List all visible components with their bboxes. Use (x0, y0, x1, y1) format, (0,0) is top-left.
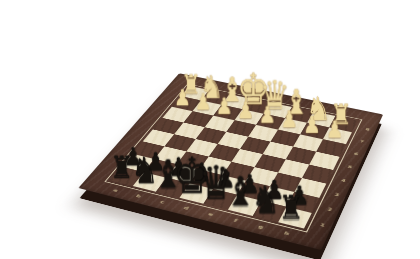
file-label: f (222, 215, 250, 226)
rank-label: 6 (351, 147, 361, 161)
black-rook[interactable]: ♜ (279, 192, 304, 225)
white-pawn[interactable]: ♟ (195, 90, 212, 113)
black-knight[interactable]: ♞ (251, 180, 280, 218)
file-label: g (247, 221, 275, 232)
chessboard-photo: ♜♞♝♚♛♝♞♜♟♟♟♟♟♟♟♟♟♟♟♟♟♟♟♟♜♞♝♚♛♝♞♜ abcdefg… (0, 0, 420, 259)
rank-label: 3 (332, 186, 343, 201)
file-label: d (173, 203, 200, 213)
rank-label: 4 (338, 173, 349, 188)
file-label: h (273, 227, 302, 238)
square-a2[interactable]: ♟ (323, 127, 352, 144)
board-3d-wrapper: ♜♞♝♚♛♝♞♜♟♟♟♟♟♟♟♟♟♟♟♟♟♟♟♟♜♞♝♚♛♝♞♜ abcdefg… (78, 73, 383, 250)
white-pawn[interactable]: ♟ (303, 113, 321, 136)
square-b3[interactable] (293, 134, 323, 151)
rank-label: 7 (357, 135, 367, 148)
white-pawn[interactable]: ♟ (237, 99, 254, 122)
rank-label: 1 (317, 216, 329, 233)
white-pawn[interactable]: ♟ (258, 104, 276, 127)
white-pawn[interactable]: ♟ (216, 95, 233, 118)
file-label: e (197, 209, 225, 220)
white-pawn[interactable]: ♟ (280, 108, 298, 131)
rank-label: 2 (324, 201, 336, 217)
white-pawn[interactable]: ♟ (174, 86, 191, 108)
file-label: b (126, 191, 153, 201)
rank-label: 5 (345, 159, 355, 173)
rank-label: 8 (363, 123, 373, 136)
white-pawn[interactable]: ♟ (326, 118, 344, 142)
